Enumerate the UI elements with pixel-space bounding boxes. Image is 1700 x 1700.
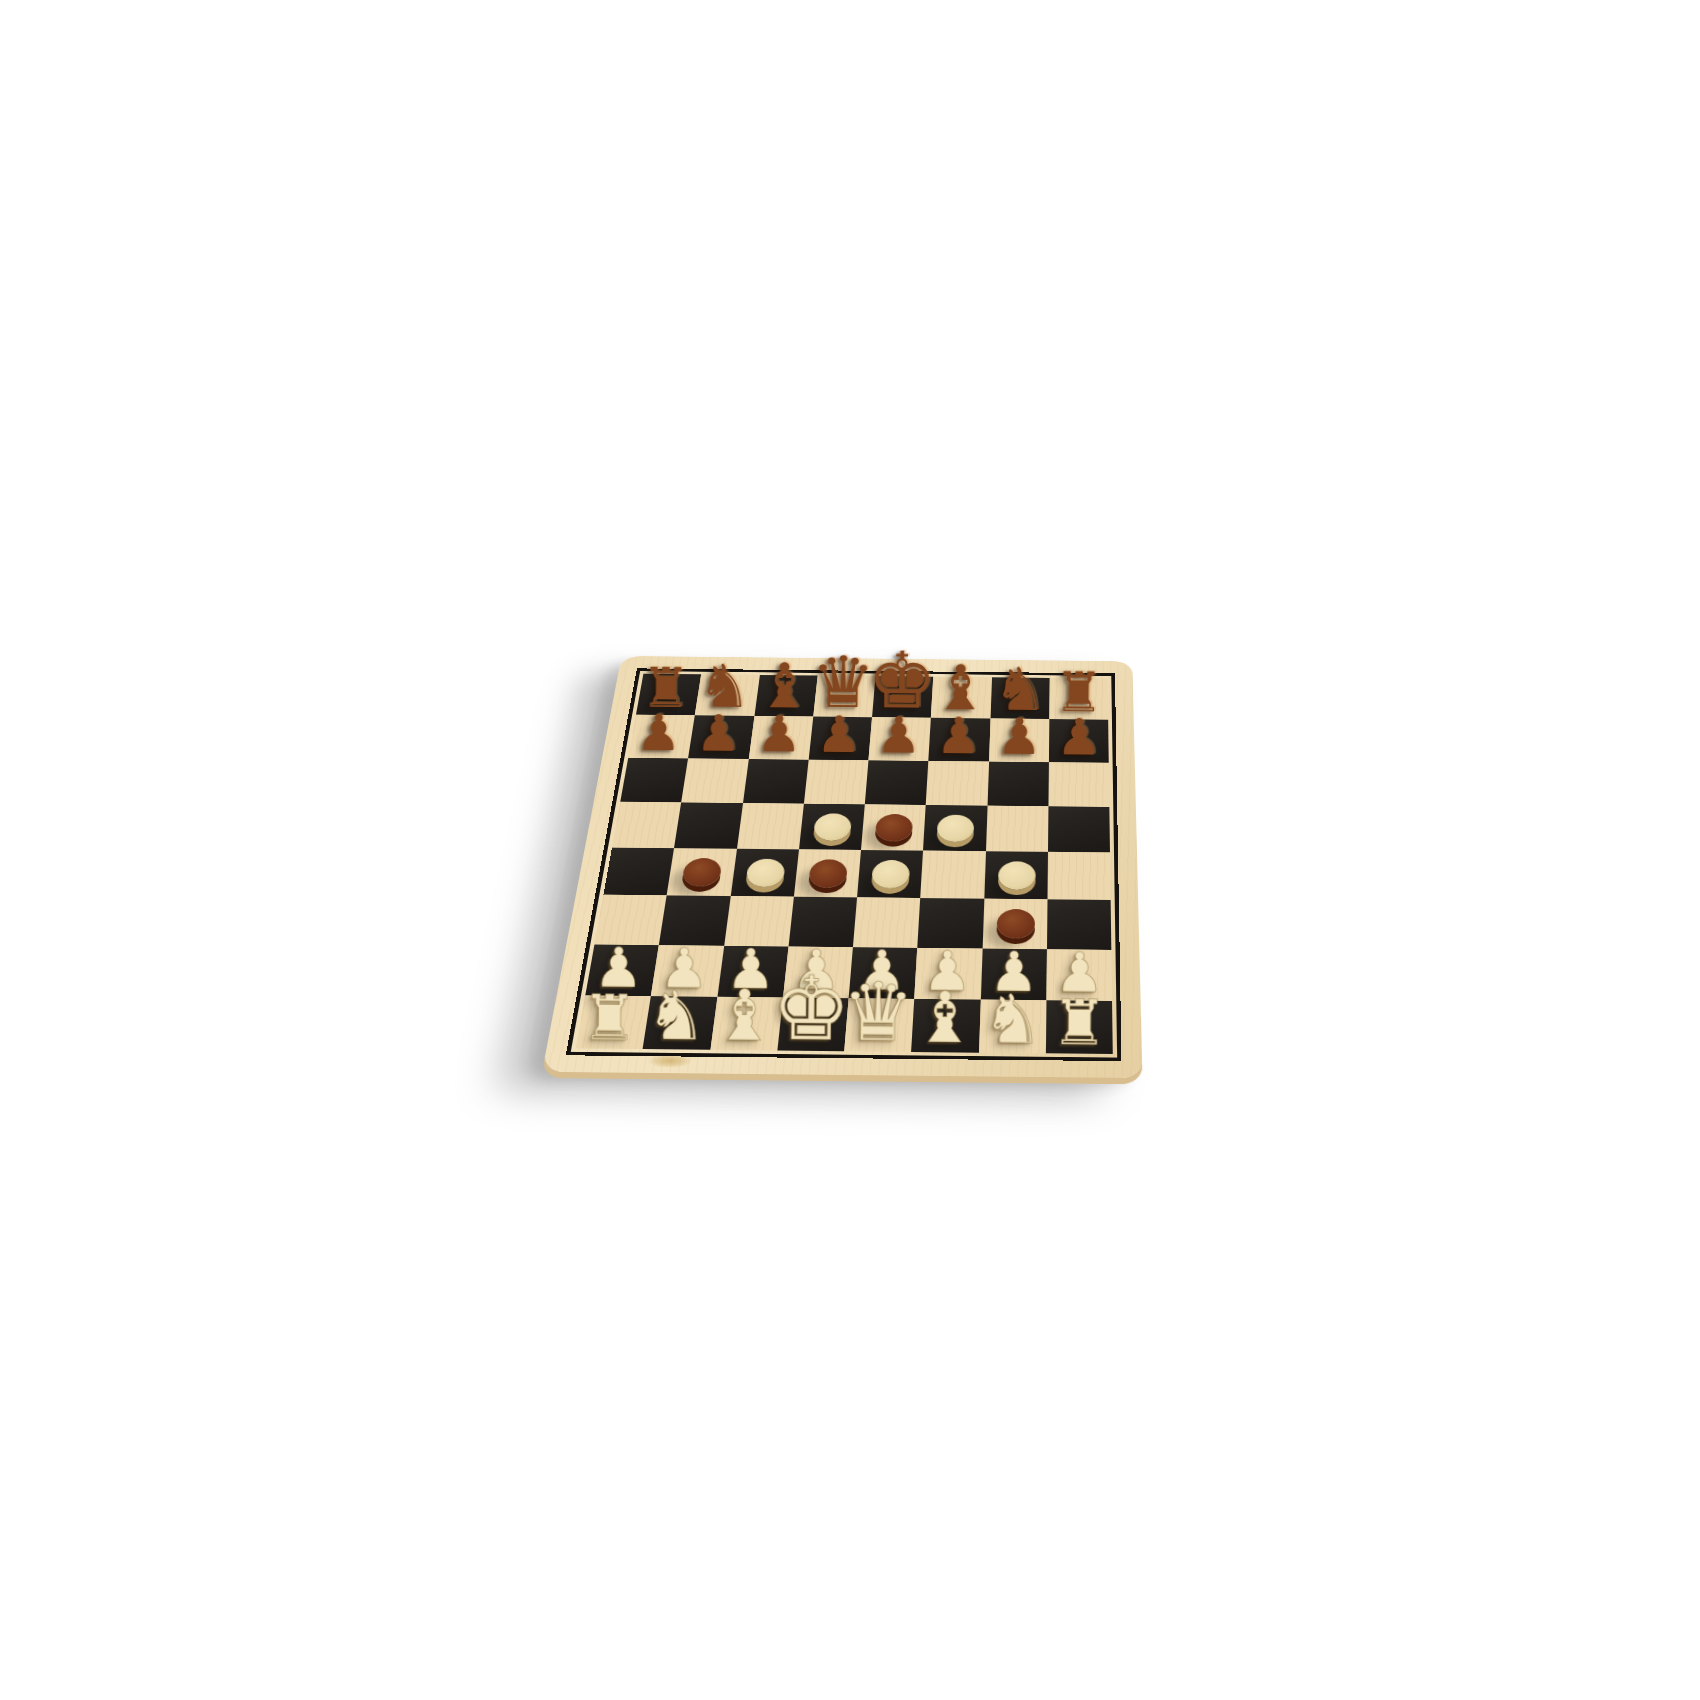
light-rook-a1[interactable]: ♜ xyxy=(582,989,639,1047)
dark-pawn-b7[interactable]: ♟ xyxy=(696,711,741,758)
light-king-d1[interactable]: ♚ xyxy=(771,967,851,1049)
chess-checkers-board: ♜♞♝♛♚♝♞♜♟♟♟♟♟♟♟♟♟♟♟♟♟♟♟♟♜♞♝♚♛♝♞♜ xyxy=(542,656,1142,1078)
square-a1[interactable]: ♜ xyxy=(576,995,651,1049)
square-g5[interactable] xyxy=(985,805,1048,851)
light-knight-b1[interactable]: ♞ xyxy=(646,985,708,1048)
square-c5[interactable] xyxy=(737,803,804,849)
square-f7[interactable]: ♟ xyxy=(929,718,991,761)
dark-pawn-f7[interactable]: ♟ xyxy=(936,713,981,760)
square-f5[interactable] xyxy=(923,805,987,851)
square-c7[interactable]: ♟ xyxy=(748,716,813,759)
light-checker-g4[interactable] xyxy=(997,861,1035,890)
light-queen-e1[interactable]: ♛ xyxy=(842,975,915,1050)
dark-pawn-a7[interactable]: ♟ xyxy=(636,710,681,757)
dark-pawn-g7[interactable]: ♟ xyxy=(996,714,1041,761)
square-g1[interactable]: ♞ xyxy=(979,999,1047,1053)
square-g6[interactable] xyxy=(987,761,1049,806)
light-checker-f5[interactable] xyxy=(937,814,975,842)
photo-scene: ♜♞♝♛♚♝♞♜♟♟♟♟♟♟♟♟♟♟♟♟♟♟♟♟♜♞♝♚♛♝♞♜ xyxy=(0,0,1700,1700)
light-bishop-f1[interactable]: ♝ xyxy=(914,986,977,1051)
square-e7[interactable]: ♟ xyxy=(868,717,931,760)
square-c6[interactable] xyxy=(743,759,809,804)
light-rook-h1[interactable]: ♜ xyxy=(1051,994,1108,1052)
square-a5[interactable] xyxy=(612,802,681,848)
square-f4[interactable] xyxy=(920,851,985,899)
square-f1[interactable]: ♝ xyxy=(911,999,980,1053)
square-f6[interactable] xyxy=(926,761,989,806)
light-knight-g1[interactable]: ♞ xyxy=(982,988,1044,1051)
square-g7[interactable]: ♟ xyxy=(989,719,1050,762)
square-b1[interactable]: ♞ xyxy=(643,996,717,1050)
square-h7[interactable]: ♟ xyxy=(1049,719,1109,762)
square-c4[interactable] xyxy=(730,849,799,897)
square-d4[interactable] xyxy=(794,849,861,897)
square-e4[interactable] xyxy=(857,850,923,898)
square-g4[interactable] xyxy=(984,851,1048,899)
dark-checker-d4[interactable] xyxy=(808,859,848,888)
square-h5[interactable] xyxy=(1048,806,1110,852)
light-checker-c4[interactable] xyxy=(745,859,786,888)
square-e5[interactable] xyxy=(861,804,926,850)
square-a7[interactable]: ♟ xyxy=(628,715,695,758)
dark-pawn-d7[interactable]: ♟ xyxy=(816,712,861,759)
light-checker-d5[interactable] xyxy=(813,813,852,841)
square-a4[interactable] xyxy=(603,847,674,895)
board-wood-frame: ♜♞♝♛♚♝♞♜♟♟♟♟♟♟♟♟♟♟♟♟♟♟♟♟♜♞♝♚♛♝♞♜ xyxy=(542,656,1142,1078)
square-a6[interactable] xyxy=(620,757,688,802)
square-d1[interactable]: ♚ xyxy=(777,997,849,1051)
square-d5[interactable] xyxy=(799,804,865,850)
dark-checker-g3[interactable] xyxy=(996,909,1035,939)
square-d7[interactable]: ♟ xyxy=(808,717,872,760)
square-e1[interactable]: ♛ xyxy=(844,998,914,1052)
square-b7[interactable]: ♟ xyxy=(688,715,754,758)
dark-pawn-e7[interactable]: ♟ xyxy=(876,713,921,760)
square-e6[interactable] xyxy=(865,760,929,805)
square-b4[interactable] xyxy=(667,848,737,896)
light-bishop-c1[interactable]: ♝ xyxy=(712,984,775,1049)
light-checker-e4[interactable] xyxy=(871,860,910,889)
square-b6[interactable] xyxy=(681,758,748,803)
dark-checker-b4[interactable] xyxy=(682,858,723,887)
square-h1[interactable]: ♜ xyxy=(1046,1000,1113,1054)
square-h4[interactable] xyxy=(1047,852,1110,900)
dark-pawn-c7[interactable]: ♟ xyxy=(756,711,801,758)
square-h6[interactable] xyxy=(1048,762,1109,807)
product-photo-canvas: ♜♞♝♛♚♝♞♜♟♟♟♟♟♟♟♟♟♟♟♟♟♟♟♟♜♞♝♚♛♝♞♜ xyxy=(0,0,1700,1700)
dark-pawn-h7[interactable]: ♟ xyxy=(1056,714,1101,761)
board-grid: ♜♞♝♛♚♝♞♜♟♟♟♟♟♟♟♟♟♟♟♟♟♟♟♟♜♞♝♚♛♝♞♜ xyxy=(576,674,1113,1054)
dark-checker-e5[interactable] xyxy=(875,814,914,842)
square-d6[interactable] xyxy=(804,759,869,804)
square-b5[interactable] xyxy=(674,802,742,848)
